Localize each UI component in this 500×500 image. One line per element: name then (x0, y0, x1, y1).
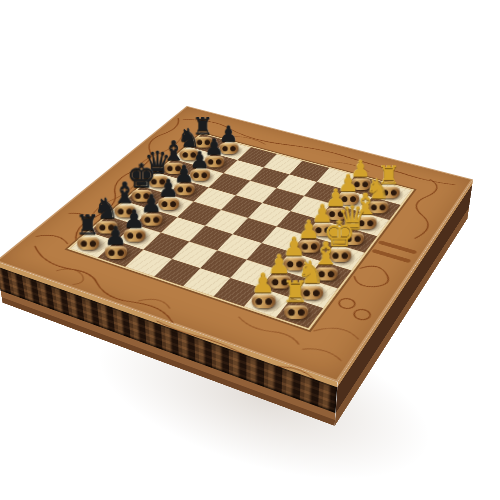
chess-box: ♜♟♟♜♞♟♟♞♝♟♟♝♛♟♟♛♚♟♟♚♝♟♟♝♞♟♟♞♜♟♟♜ (0, 106, 473, 382)
piece-glyph: ♜ (75, 213, 99, 238)
wooden-piece-base (283, 305, 307, 319)
wooden-piece-base (251, 295, 275, 309)
board: ♜♟♟♜♞♟♟♞♝♟♟♝♛♟♟♛♚♟♟♚♝♟♟♝♞♟♟♞♜♟♟♜ (70, 134, 411, 328)
piece-gold-pawn[interactable]: ♟ (245, 271, 281, 308)
piece-glyph: ♟ (251, 271, 275, 296)
box-top-face: ♜♟♟♜♞♟♟♞♝♟♟♝♛♟♟♛♚♟♟♚♝♟♟♝♞♟♟♞♜♟♟♜ (0, 106, 473, 382)
piece-gold-rook[interactable]: ♜ (277, 279, 314, 319)
piece-glyph: ♜ (282, 279, 309, 306)
photo-background: ♜♟♟♜♞♟♟♞♝♟♟♝♛♟♟♛♚♟♟♚♝♟♟♝♞♟♟♞♜♟♟♜ (0, 0, 500, 500)
wooden-piece-base (77, 237, 99, 250)
square-r8c8[interactable]: ♜ (276, 297, 324, 328)
chess-box-scene: ♜♟♟♜♞♟♟♞♝♟♟♝♛♟♟♛♚♟♟♚♝♟♟♝♞♟♟♞♜♟♟♜ (72, 42, 424, 394)
piece-glyph: ♟ (104, 224, 127, 247)
wooden-piece-base (104, 246, 126, 259)
piece-black-pawn[interactable]: ♟ (98, 224, 132, 259)
square-r8c2[interactable]: ♟ (97, 241, 143, 267)
